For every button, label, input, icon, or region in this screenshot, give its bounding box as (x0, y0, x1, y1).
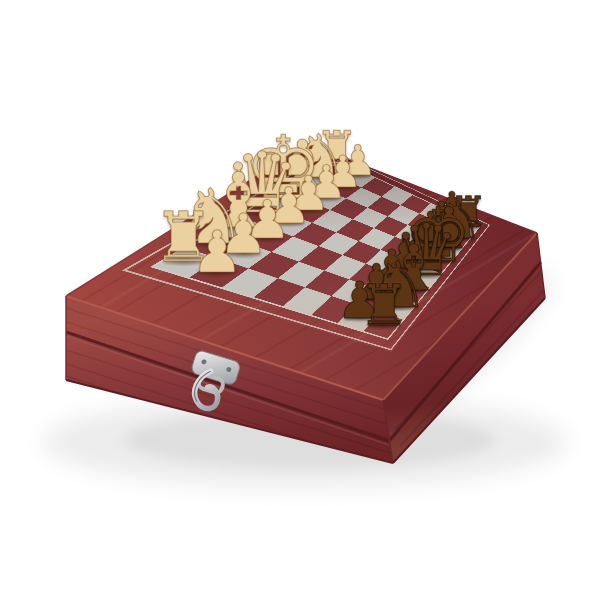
product-photo-scene: ♜♞♝♛♚♝♞♜♟♟♟♟♟♟♟♟♟♟♟♟♟♟♟♟♜♞♝♛♚♝♞♜ (0, 0, 600, 600)
latch-clasp (0, 0, 600, 600)
